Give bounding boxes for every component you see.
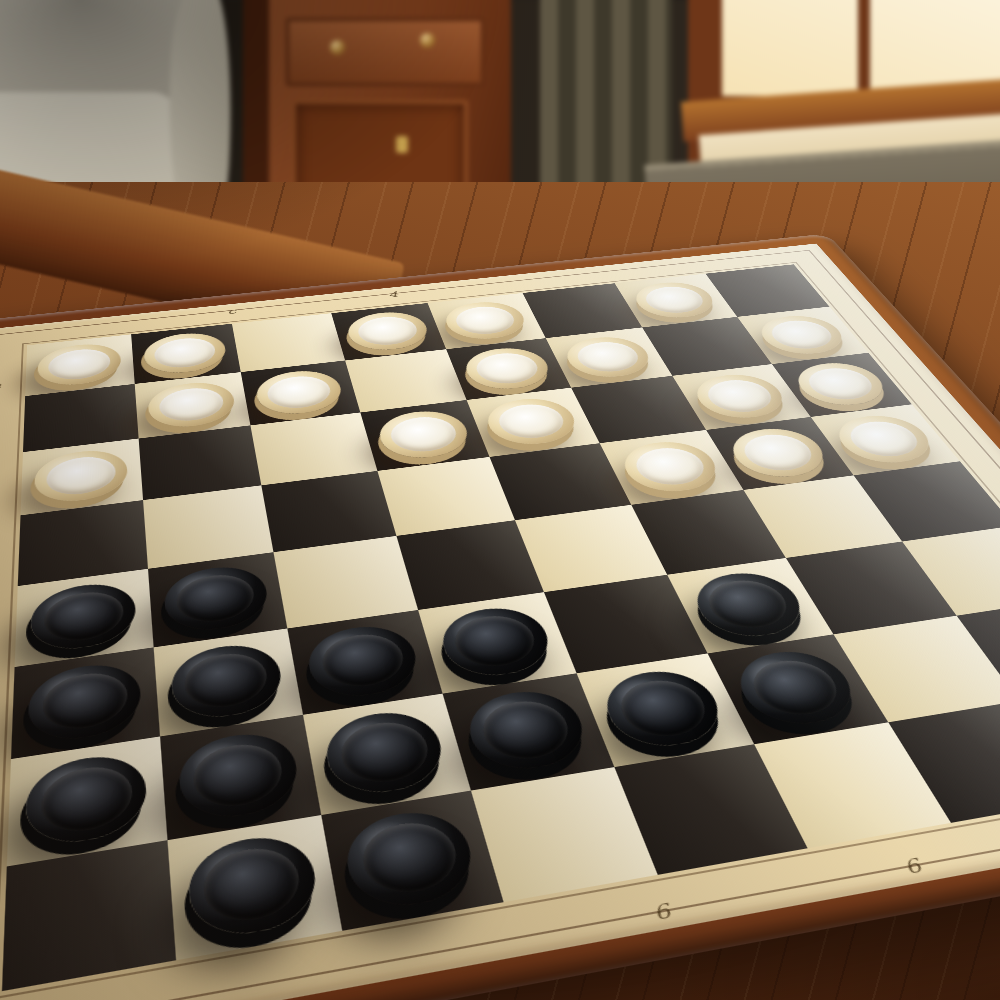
- black-man-5-1[interactable]: ⛂: [169, 639, 286, 724]
- black-man-glyph: ⛂: [30, 579, 137, 655]
- white-man-1-5[interactable]: ⛀: [559, 334, 658, 381]
- white-man-1-4[interactable]: ⛀: [459, 344, 556, 392]
- board-frame: ⛀⛀⛀⛀⛀⛀⛀⛀⛀⛀⛀⛀⛀⛀⛀⛀⛀⛀⛂⛂⛂⛂⛂⛂⛂⛂⛂⛂⛂⛂⛂⛂⛂ ad5o3s…: [0, 234, 1000, 1000]
- white-man-glyph: ⛀: [559, 334, 658, 381]
- square-7-1[interactable]: ⛂: [167, 815, 342, 961]
- black-man-glyph: ⛂: [340, 804, 482, 914]
- black-man-glyph: ⛂: [176, 727, 302, 824]
- white-man-glyph: ⛀: [142, 330, 228, 377]
- black-man-glyph: ⛂: [321, 706, 451, 800]
- white-man-glyph: ⛀: [786, 359, 895, 409]
- black-man-5-5[interactable]: ⛂: [684, 567, 814, 642]
- white-man-1-7[interactable]: ⛀: [751, 312, 854, 357]
- black-man-5-0[interactable]: ⛂: [28, 658, 143, 745]
- black-man-glyph: ⛂: [595, 665, 733, 753]
- white-man-glyph: ⛀: [440, 299, 532, 343]
- white-man-glyph: ⛀: [481, 395, 584, 449]
- white-man-glyph: ⛀: [253, 367, 346, 418]
- scene: checkers: [0, 0, 1000, 1000]
- black-man-6-1[interactable]: ⛂: [176, 727, 302, 824]
- black-man-4-0[interactable]: ⛂: [30, 579, 137, 655]
- black-man-glyph: ⛂: [304, 620, 425, 702]
- black-man-glyph: ⛂: [460, 685, 594, 776]
- white-man-2-3[interactable]: ⛀: [374, 407, 475, 462]
- black-man-glyph: ⛂: [28, 658, 143, 745]
- black-man-6-3[interactable]: ⛂: [460, 685, 594, 776]
- board-grid: ⛀⛀⛀⛀⛀⛀⛀⛀⛀⛀⛀⛀⛀⛀⛀⛀⛀⛀⛂⛂⛂⛂⛂⛂⛂⛂⛂⛂⛂⛂⛂⛂⛂: [2, 264, 1000, 991]
- square-7-0[interactable]: [2, 840, 175, 991]
- board-margin: ⛀⛀⛀⛀⛀⛀⛀⛀⛀⛀⛀⛀⛀⛀⛀⛀⛀⛀⛂⛂⛂⛂⛂⛂⛂⛂⛂⛂⛂⛂⛂⛂⛂ ad5o3s…: [0, 244, 1000, 1000]
- white-man-glyph: ⛀: [826, 411, 943, 467]
- black-man-6-5[interactable]: ⛂: [726, 646, 867, 731]
- white-man-3-6[interactable]: ⛀: [722, 424, 837, 481]
- black-man-7-2[interactable]: ⛂: [340, 804, 482, 914]
- black-man-glyph: ⛂: [726, 646, 867, 731]
- white-man-glyph: ⛀: [343, 309, 433, 354]
- white-man-3-5[interactable]: ⛀: [614, 437, 727, 496]
- border-label-top-1: 4: [387, 290, 399, 299]
- black-man-glyph: ⛂: [25, 750, 149, 851]
- black-man-4-1[interactable]: ⛂: [162, 562, 271, 636]
- white-man-glyph: ⛀: [374, 407, 475, 462]
- black-man-5-2[interactable]: ⛂: [304, 620, 425, 702]
- board-area: ⛀⛀⛀⛀⛀⛀⛀⛀⛀⛀⛀⛀⛀⛀⛀⛀⛀⛀⛂⛂⛂⛂⛂⛂⛂⛂⛂⛂⛂⛂⛂⛂⛂ ad5o3s…: [0, 0, 1000, 1000]
- white-man-2-6[interactable]: ⛀: [687, 371, 794, 422]
- white-man-glyph: ⛀: [722, 424, 837, 481]
- white-man-glyph: ⛀: [687, 371, 794, 422]
- white-man-0-4[interactable]: ⛀: [440, 299, 532, 343]
- white-man-glyph: ⛀: [147, 379, 238, 431]
- black-man-7-1[interactable]: ⛂: [185, 829, 322, 943]
- black-man-6-2[interactable]: ⛂: [321, 706, 451, 800]
- white-man-glyph: ⛀: [628, 279, 723, 321]
- black-man-glyph: ⛂: [434, 602, 558, 681]
- white-man-glyph: ⛀: [614, 437, 727, 496]
- white-man-2-4[interactable]: ⛀: [481, 395, 584, 449]
- white-man-1-2[interactable]: ⛀: [253, 367, 346, 418]
- white-man-2-7[interactable]: ⛀: [786, 359, 895, 409]
- white-man-0-0[interactable]: ⛀: [37, 341, 122, 389]
- white-man-0-3[interactable]: ⛀: [343, 309, 433, 354]
- black-man-6-0[interactable]: ⛂: [25, 750, 149, 851]
- white-man-0-1[interactable]: ⛀: [142, 330, 228, 377]
- border-label-front-0: 6: [649, 899, 673, 924]
- black-man-6-4[interactable]: ⛂: [595, 665, 733, 753]
- black-man-glyph: ⛂: [684, 567, 814, 642]
- black-man-glyph: ⛂: [185, 829, 322, 943]
- white-man-glyph: ⛀: [34, 446, 129, 506]
- white-man-1-1[interactable]: ⛀: [147, 379, 238, 431]
- white-man-glyph: ⛀: [751, 312, 854, 357]
- white-man-0-6[interactable]: ⛀: [628, 279, 723, 321]
- white-man-glyph: ⛀: [37, 341, 122, 389]
- white-man-2-0[interactable]: ⛀: [34, 446, 129, 506]
- black-man-glyph: ⛂: [169, 639, 286, 724]
- border-label-top-0: c: [227, 307, 237, 316]
- border-label-left-0: a: [0, 380, 2, 391]
- white-man-3-7[interactable]: ⛀: [826, 411, 943, 467]
- black-man-5-3[interactable]: ⛂: [434, 602, 558, 681]
- black-man-glyph: ⛂: [162, 562, 271, 636]
- border-label-front-1: 6: [899, 854, 926, 878]
- white-man-glyph: ⛀: [459, 344, 556, 392]
